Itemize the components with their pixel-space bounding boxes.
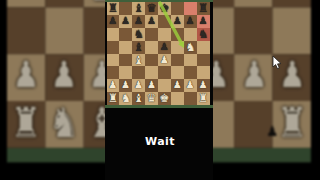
square-b3[interactable]	[119, 66, 132, 79]
black-rook-a8[interactable]: ♜	[108, 2, 118, 15]
square-b4[interactable]	[119, 54, 132, 67]
square-e1[interactable]: ♚	[158, 92, 171, 105]
square-d4[interactable]	[145, 54, 158, 67]
square-f5[interactable]	[171, 41, 184, 54]
square-f2: ♟	[213, 55, 235, 101]
square-g6[interactable]	[184, 28, 197, 41]
square-d5[interactable]	[145, 41, 158, 54]
square-f4[interactable]	[171, 54, 184, 67]
square-b6[interactable]	[119, 28, 132, 41]
square-a6[interactable]	[107, 28, 120, 41]
square-d7[interactable]: ♟	[145, 15, 158, 28]
square-a1[interactable]: ♜	[107, 92, 120, 105]
black-pawn-f7[interactable]: ♟	[173, 15, 182, 28]
background-blur-left: ♜♝♛♚♜♟♟♟♟♟♟♟♞♞♝♟♞♝♟♟♟♟♟♟♟♟♜♞♝♛♚♜	[0, 0, 105, 180]
black-knight-c6[interactable]: ♞	[134, 28, 144, 41]
background-board-edge-right	[213, 148, 311, 162]
square-a8[interactable]: ♜	[107, 2, 120, 15]
square-a4	[7, 0, 45, 9]
square-h7[interactable]: ♟	[197, 15, 210, 28]
square-g4	[235, 0, 273, 9]
square-g4[interactable]	[184, 54, 197, 67]
square-h8[interactable]: ♜	[197, 2, 210, 15]
black-pawn-e5[interactable]: ♟	[160, 41, 169, 54]
background-board-edge-left	[7, 148, 105, 162]
square-f1[interactable]	[171, 92, 184, 105]
square-c4: ♝	[83, 0, 105, 9]
square-f4	[213, 0, 235, 9]
black-pawn-c7[interactable]: ♟	[134, 15, 143, 28]
square-c5[interactable]: ♝	[132, 41, 145, 54]
square-c1[interactable]: ♝	[132, 92, 145, 105]
square-h3	[273, 9, 311, 55]
black-queen-d8[interactable]: ♛	[146, 2, 156, 15]
video-frame: ♜♝♛♚♜♟♟♟♟♟♟♟♞♞♝♟♞♝♟♟♟♟♟♟♟♟♜♞♝♛♚♜ ♜♝♛♚♜♟♟…	[0, 0, 320, 180]
white-knight-b1[interactable]: ♞	[121, 92, 131, 105]
square-a3[interactable]	[107, 66, 120, 79]
square-b7[interactable]: ♟	[119, 15, 132, 28]
square-b2: ♟	[45, 55, 83, 101]
square-c7[interactable]: ♟	[132, 15, 145, 28]
square-b8[interactable]	[119, 2, 132, 15]
square-g1[interactable]	[184, 92, 197, 105]
chess-board[interactable]: ♜♝♛♚♜♟♟♟♟♟♟♟♞♞♝♟♞♝♟♟♟♟♟♟♟♟♜♞♝♛♚♜	[107, 2, 210, 105]
square-c6[interactable]: ♞	[132, 28, 145, 41]
square-f6[interactable]	[171, 28, 184, 41]
square-d8[interactable]: ♛	[145, 2, 158, 15]
background-board-right: ♜♝♛♚♜♟♟♟♟♟♟♟♞♞♝♟♞♝♟♟♟♟♟♟♟♟♜♞♝♛♚♜	[213, 0, 311, 148]
square-c2: ♟	[83, 55, 105, 101]
square-c3[interactable]	[132, 66, 145, 79]
black-bishop-c8[interactable]: ♝	[134, 2, 144, 15]
video-center-strip: ♜♝♛♚♜♟♟♟♟♟♟♟♞♞♝♟♞♝♟♟♟♟♟♟♟♟♜♞♝♛♚♜	[105, 0, 213, 180]
square-a7[interactable]: ♟	[107, 15, 120, 28]
square-c8[interactable]: ♝	[132, 2, 145, 15]
white-pawn-e4[interactable]: ♟	[160, 54, 169, 67]
square-d6[interactable]	[145, 28, 158, 41]
square-e5[interactable]: ♟	[158, 41, 171, 54]
square-h4	[273, 0, 311, 9]
square-e6[interactable]	[158, 28, 171, 41]
white-queen-d1[interactable]: ♛	[146, 92, 156, 105]
square-b1[interactable]: ♞	[119, 92, 132, 105]
background-board-left: ♜♝♛♚♜♟♟♟♟♟♟♟♞♞♝♟♞♝♟♟♟♟♟♟♟♟♜♞♝♛♚♜	[7, 0, 105, 148]
square-d1[interactable]: ♛	[145, 92, 158, 105]
black-pawn-a7[interactable]: ♟	[108, 15, 117, 28]
black-pawn-d7[interactable]: ♟	[147, 15, 156, 28]
black-pawn-h7[interactable]: ♟	[199, 15, 208, 28]
square-f3[interactable]	[171, 66, 184, 79]
black-pawn-g7[interactable]: ♟	[186, 15, 195, 28]
square-a4[interactable]	[107, 54, 120, 67]
white-pawn-f2[interactable]: ♟	[173, 79, 182, 92]
white-pawn-g2: ♟	[241, 55, 267, 101]
white-bishop-c4[interactable]: ♝	[134, 54, 144, 67]
square-g3[interactable]	[184, 66, 197, 79]
square-g5[interactable]: ♞	[184, 41, 197, 54]
square-e3[interactable]	[158, 66, 171, 79]
black-knight-h6[interactable]: ♞	[198, 28, 208, 41]
white-knight-g5[interactable]: ♞	[185, 41, 195, 54]
square-h6[interactable]: ♞	[197, 28, 210, 41]
square-e7[interactable]	[158, 15, 171, 28]
square-a5[interactable]	[107, 41, 120, 54]
square-g2[interactable]: ♟	[184, 79, 197, 92]
square-f2[interactable]: ♟	[171, 79, 184, 92]
square-e4[interactable]: ♟	[158, 54, 171, 67]
black-rook-h8[interactable]: ♜	[198, 2, 208, 15]
square-a3	[7, 9, 45, 55]
square-b5[interactable]	[119, 41, 132, 54]
board-bottom-edge	[105, 105, 213, 108]
square-e8[interactable]: ♚	[158, 2, 171, 15]
white-bishop-c4: ♝	[87, 0, 105, 9]
white-pawn-g2[interactable]: ♟	[186, 79, 195, 92]
square-c3	[83, 9, 105, 55]
square-f7[interactable]: ♟	[171, 15, 184, 28]
square-g7[interactable]: ♟	[184, 15, 197, 28]
square-g2: ♟	[235, 55, 273, 101]
square-f3	[213, 9, 235, 55]
black-pawn-b7[interactable]: ♟	[121, 15, 130, 28]
square-d3[interactable]	[145, 66, 158, 79]
white-pawn-b2: ♟	[51, 55, 77, 101]
square-b3	[45, 9, 83, 55]
square-f8[interactable]	[171, 2, 184, 15]
black-king-e8[interactable]: ♚	[159, 2, 169, 15]
background-strip-left: ♜♝♛♚♜♟♟♟♟♟♟♟♞♞♝♟♞♝♟♟♟♟♟♟♟♟♜♞♝♛♚♜	[0, 0, 105, 180]
square-h5[interactable]	[197, 41, 210, 54]
background-blur-right: ♜♝♛♚♜♟♟♟♟♟♟♟♞♞♝♟♞♝♟♟♟♟♟♟♟♟♜♞♝♛♚♜ ♟	[213, 0, 320, 180]
square-h4[interactable]	[197, 54, 210, 67]
white-pawn-c2: ♟	[89, 55, 105, 101]
square-h1[interactable]: ♜	[197, 92, 210, 105]
white-pawn-a2: ♟	[13, 55, 39, 101]
square-a2: ♟	[7, 55, 45, 101]
square-c4[interactable]: ♝	[132, 54, 145, 67]
square-g8[interactable]	[184, 2, 197, 15]
white-rook-a1[interactable]: ♜	[108, 92, 118, 105]
square-g3	[235, 9, 273, 55]
white-king-e1[interactable]: ♚	[159, 92, 169, 105]
white-bishop-c1[interactable]: ♝	[134, 92, 144, 105]
black-bishop-c5[interactable]: ♝	[134, 41, 144, 54]
white-rook-h1[interactable]: ♜	[198, 92, 208, 105]
white-pawn-f2: ♟	[213, 55, 229, 101]
square-h3[interactable]	[197, 66, 210, 79]
background-strip-right: ♜♝♛♚♜♟♟♟♟♟♟♟♞♞♝♟♞♝♟♟♟♟♟♟♟♟♜♞♝♛♚♜ ♟	[213, 0, 320, 180]
square-b4	[45, 0, 83, 9]
caption-text: Wait	[0, 135, 320, 148]
mouse-cursor-icon	[272, 55, 283, 74]
